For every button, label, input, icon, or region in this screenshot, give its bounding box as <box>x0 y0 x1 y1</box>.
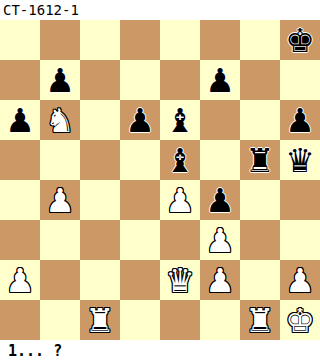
square-c8[interactable] <box>80 20 120 60</box>
square-d2[interactable] <box>120 260 160 300</box>
white-pawn[interactable]: ♟ <box>5 264 35 297</box>
square-a6[interactable]: ♟ <box>0 100 40 140</box>
square-g1[interactable]: ♜ <box>240 300 280 340</box>
white-pawn[interactable]: ♟ <box>285 264 315 297</box>
square-b6[interactable]: ♞ <box>40 100 80 140</box>
white-rook[interactable]: ♜ <box>85 304 115 337</box>
square-c5[interactable] <box>80 140 120 180</box>
square-a4[interactable] <box>0 180 40 220</box>
square-e1[interactable] <box>160 300 200 340</box>
square-a2[interactable]: ♟ <box>0 260 40 300</box>
square-a5[interactable] <box>0 140 40 180</box>
square-f5[interactable] <box>200 140 240 180</box>
square-b2[interactable] <box>40 260 80 300</box>
square-e4[interactable]: ♟ <box>160 180 200 220</box>
square-b8[interactable] <box>40 20 80 60</box>
square-g6[interactable] <box>240 100 280 140</box>
square-c3[interactable] <box>80 220 120 260</box>
white-pawn[interactable]: ♟ <box>205 264 235 297</box>
square-h8[interactable]: ♚ <box>280 20 320 60</box>
white-pawn[interactable]: ♟ <box>205 224 235 257</box>
white-pawn[interactable]: ♟ <box>45 184 75 217</box>
chess-board: ♚♟♟♟♞♟♝♟♝♜♛♟♟♟♟♟♛♟♟♜♜♚ <box>0 20 320 340</box>
black-pawn[interactable]: ♟ <box>205 64 235 97</box>
square-e5[interactable]: ♝ <box>160 140 200 180</box>
square-e6[interactable]: ♝ <box>160 100 200 140</box>
square-d5[interactable] <box>120 140 160 180</box>
square-h6[interactable]: ♟ <box>280 100 320 140</box>
square-h1[interactable]: ♚ <box>280 300 320 340</box>
square-f1[interactable] <box>200 300 240 340</box>
white-rook[interactable]: ♜ <box>245 304 275 337</box>
square-b3[interactable] <box>40 220 80 260</box>
black-bishop[interactable]: ♝ <box>165 144 195 177</box>
square-g4[interactable] <box>240 180 280 220</box>
move-prompt: 1... ? <box>0 340 320 360</box>
square-e2[interactable]: ♛ <box>160 260 200 300</box>
square-a1[interactable] <box>0 300 40 340</box>
square-h3[interactable] <box>280 220 320 260</box>
black-pawn[interactable]: ♟ <box>205 184 235 217</box>
square-f3[interactable]: ♟ <box>200 220 240 260</box>
square-e3[interactable] <box>160 220 200 260</box>
square-g7[interactable] <box>240 60 280 100</box>
black-pawn[interactable]: ♟ <box>5 104 35 137</box>
square-g5[interactable]: ♜ <box>240 140 280 180</box>
square-f7[interactable]: ♟ <box>200 60 240 100</box>
black-king[interactable]: ♚ <box>285 24 315 57</box>
square-b5[interactable] <box>40 140 80 180</box>
square-h2[interactable]: ♟ <box>280 260 320 300</box>
square-c1[interactable]: ♜ <box>80 300 120 340</box>
square-g3[interactable] <box>240 220 280 260</box>
square-h4[interactable] <box>280 180 320 220</box>
white-pawn[interactable]: ♟ <box>165 184 195 217</box>
square-e7[interactable] <box>160 60 200 100</box>
square-d7[interactable] <box>120 60 160 100</box>
white-knight[interactable]: ♞ <box>45 104 75 137</box>
square-c2[interactable] <box>80 260 120 300</box>
square-b7[interactable]: ♟ <box>40 60 80 100</box>
square-g8[interactable] <box>240 20 280 60</box>
square-a7[interactable] <box>0 60 40 100</box>
black-bishop[interactable]: ♝ <box>165 104 195 137</box>
square-a3[interactable] <box>0 220 40 260</box>
square-d8[interactable] <box>120 20 160 60</box>
square-f2[interactable]: ♟ <box>200 260 240 300</box>
square-d4[interactable] <box>120 180 160 220</box>
square-h5[interactable]: ♛ <box>280 140 320 180</box>
black-pawn[interactable]: ♟ <box>285 104 315 137</box>
white-king[interactable]: ♚ <box>285 304 315 337</box>
black-queen[interactable]: ♛ <box>285 144 315 177</box>
square-b4[interactable]: ♟ <box>40 180 80 220</box>
square-a8[interactable] <box>0 20 40 60</box>
puzzle-title: CT-1612-1 <box>0 0 320 20</box>
square-d1[interactable] <box>120 300 160 340</box>
square-g2[interactable] <box>240 260 280 300</box>
black-rook[interactable]: ♜ <box>245 144 275 177</box>
black-pawn[interactable]: ♟ <box>125 104 155 137</box>
square-f4[interactable]: ♟ <box>200 180 240 220</box>
square-c7[interactable] <box>80 60 120 100</box>
square-f8[interactable] <box>200 20 240 60</box>
square-d3[interactable] <box>120 220 160 260</box>
black-pawn[interactable]: ♟ <box>45 64 75 97</box>
square-c4[interactable] <box>80 180 120 220</box>
square-e8[interactable] <box>160 20 200 60</box>
square-f6[interactable] <box>200 100 240 140</box>
square-d6[interactable]: ♟ <box>120 100 160 140</box>
square-h7[interactable] <box>280 60 320 100</box>
white-queen[interactable]: ♛ <box>165 264 195 297</box>
square-b1[interactable] <box>40 300 80 340</box>
square-c6[interactable] <box>80 100 120 140</box>
